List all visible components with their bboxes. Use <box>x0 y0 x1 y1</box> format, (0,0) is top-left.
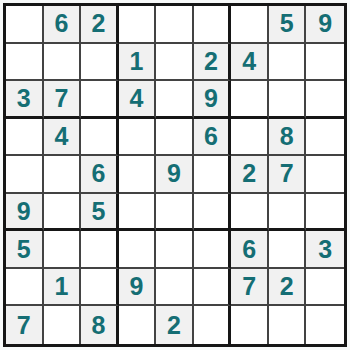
cell-r5c8[interactable]: 7 <box>269 156 307 194</box>
cell-r7c8[interactable] <box>269 231 307 269</box>
cell-r7c5[interactable] <box>156 231 194 269</box>
cell-r7c6[interactable] <box>194 231 232 269</box>
cell-r8c3[interactable] <box>81 269 119 307</box>
cell-r6c1[interactable]: 9 <box>6 194 44 232</box>
cell-r2c2[interactable] <box>44 44 82 82</box>
cell-r3c7[interactable] <box>231 81 269 119</box>
cell-r5c9[interactable] <box>306 156 344 194</box>
cell-r7c9[interactable]: 3 <box>306 231 344 269</box>
cell-r4c1[interactable] <box>6 119 44 157</box>
cell-r3c3[interactable] <box>81 81 119 119</box>
cell-r9c6[interactable] <box>194 306 232 344</box>
cell-r6c4[interactable] <box>119 194 157 232</box>
cell-r1c9[interactable]: 9 <box>306 6 344 44</box>
cell-r4c2[interactable]: 4 <box>44 119 82 157</box>
cell-r2c7[interactable]: 4 <box>231 44 269 82</box>
cell-r3c5[interactable] <box>156 81 194 119</box>
cell-r2c1[interactable] <box>6 44 44 82</box>
cell-r5c5[interactable]: 9 <box>156 156 194 194</box>
cell-r4c5[interactable] <box>156 119 194 157</box>
cell-r5c1[interactable] <box>6 156 44 194</box>
cell-r9c9[interactable] <box>306 306 344 344</box>
cell-r5c7[interactable]: 2 <box>231 156 269 194</box>
cell-r4c8[interactable]: 8 <box>269 119 307 157</box>
cell-r9c2[interactable] <box>44 306 82 344</box>
cell-r9c4[interactable] <box>119 306 157 344</box>
cell-r1c6[interactable] <box>194 6 232 44</box>
cell-r6c2[interactable] <box>44 194 82 232</box>
cell-r1c4[interactable] <box>119 6 157 44</box>
cell-r1c1[interactable] <box>6 6 44 44</box>
cell-r1c5[interactable] <box>156 6 194 44</box>
cell-r9c7[interactable] <box>231 306 269 344</box>
cell-r6c9[interactable] <box>306 194 344 232</box>
cell-r3c9[interactable] <box>306 81 344 119</box>
cell-r7c2[interactable] <box>44 231 82 269</box>
cell-r2c3[interactable] <box>81 44 119 82</box>
sudoku-board: 625912437494686927955631972782 <box>3 3 347 347</box>
cell-r4c7[interactable] <box>231 119 269 157</box>
cell-r7c7[interactable]: 6 <box>231 231 269 269</box>
cell-r1c2[interactable]: 6 <box>44 6 82 44</box>
cell-r2c4[interactable]: 1 <box>119 44 157 82</box>
cell-r9c8[interactable] <box>269 306 307 344</box>
cell-r5c4[interactable] <box>119 156 157 194</box>
cell-r3c6[interactable]: 9 <box>194 81 232 119</box>
cell-r7c1[interactable]: 5 <box>6 231 44 269</box>
cell-r9c5[interactable]: 2 <box>156 306 194 344</box>
cell-r6c7[interactable] <box>231 194 269 232</box>
cell-r8c8[interactable]: 2 <box>269 269 307 307</box>
cell-r2c9[interactable] <box>306 44 344 82</box>
cell-r3c8[interactable] <box>269 81 307 119</box>
cell-r8c7[interactable]: 7 <box>231 269 269 307</box>
cell-r2c5[interactable] <box>156 44 194 82</box>
cell-r1c3[interactable]: 2 <box>81 6 119 44</box>
cell-r6c5[interactable] <box>156 194 194 232</box>
cell-r7c3[interactable] <box>81 231 119 269</box>
cell-r6c3[interactable]: 5 <box>81 194 119 232</box>
cell-r1c7[interactable] <box>231 6 269 44</box>
cell-r9c3[interactable]: 8 <box>81 306 119 344</box>
cell-r3c2[interactable]: 7 <box>44 81 82 119</box>
cell-r8c9[interactable] <box>306 269 344 307</box>
cell-r5c3[interactable]: 6 <box>81 156 119 194</box>
cell-r3c1[interactable]: 3 <box>6 81 44 119</box>
cell-r4c3[interactable] <box>81 119 119 157</box>
cell-r1c8[interactable]: 5 <box>269 6 307 44</box>
cell-r4c4[interactable] <box>119 119 157 157</box>
cell-r6c6[interactable] <box>194 194 232 232</box>
cell-r8c4[interactable]: 9 <box>119 269 157 307</box>
cell-r3c4[interactable]: 4 <box>119 81 157 119</box>
cell-r8c6[interactable] <box>194 269 232 307</box>
cell-r5c2[interactable] <box>44 156 82 194</box>
cell-r5c6[interactable] <box>194 156 232 194</box>
cell-r9c1[interactable]: 7 <box>6 306 44 344</box>
cell-r8c2[interactable]: 1 <box>44 269 82 307</box>
cell-r7c4[interactable] <box>119 231 157 269</box>
cell-r4c9[interactable] <box>306 119 344 157</box>
cell-r6c8[interactable] <box>269 194 307 232</box>
cell-r4c6[interactable]: 6 <box>194 119 232 157</box>
cell-r8c5[interactable] <box>156 269 194 307</box>
cell-r2c6[interactable]: 2 <box>194 44 232 82</box>
cell-r8c1[interactable] <box>6 269 44 307</box>
cell-r2c8[interactable] <box>269 44 307 82</box>
